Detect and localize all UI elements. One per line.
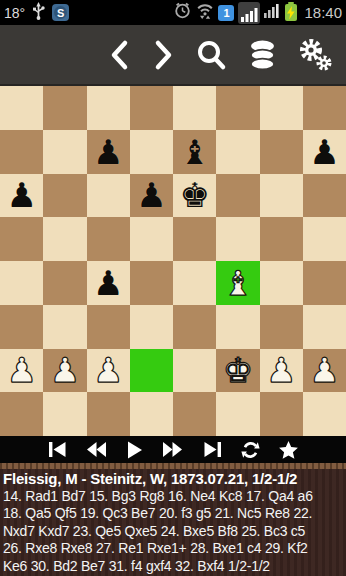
square-h2[interactable]: ♟ — [303, 349, 346, 393]
square-b6[interactable] — [43, 174, 86, 218]
square-b4[interactable] — [43, 261, 86, 305]
toolbar — [0, 25, 346, 86]
square-d8[interactable] — [130, 86, 173, 130]
play-button[interactable] — [126, 441, 143, 459]
square-b7[interactable] — [43, 130, 86, 174]
square-f6[interactable] — [216, 174, 259, 218]
square-h8[interactable] — [303, 86, 346, 130]
square-f8[interactable] — [216, 86, 259, 130]
black-pawn: ♟ — [136, 178, 166, 212]
square-a3[interactable] — [0, 305, 43, 349]
square-b5[interactable] — [43, 217, 86, 261]
square-f7[interactable] — [216, 130, 259, 174]
square-e8[interactable] — [173, 86, 216, 130]
skip-to-end-button[interactable] — [203, 441, 222, 458]
black-pawn: ♟ — [309, 135, 339, 169]
square-d7[interactable] — [130, 130, 173, 174]
square-f2[interactable]: ♚ — [216, 349, 259, 393]
square-d5[interactable] — [130, 217, 173, 261]
square-a4[interactable] — [0, 261, 43, 305]
white-pawn: ♟ — [266, 353, 296, 387]
square-h1[interactable] — [303, 392, 346, 436]
square-e4[interactable] — [173, 261, 216, 305]
notification-count-badge: 1 — [218, 5, 234, 21]
game-info-panel: Fleissig, M - Steinitz, W, 1873.07.21, 1… — [0, 469, 346, 576]
status-bar: 18° S — [0, 0, 346, 25]
black-king: ♚ — [179, 178, 209, 212]
skip-to-start-button[interactable] — [48, 441, 67, 458]
black-pawn: ♟ — [93, 266, 123, 300]
chess-app-screen: 18° S — [0, 0, 346, 576]
square-d1[interactable] — [130, 392, 173, 436]
square-d3[interactable] — [130, 305, 173, 349]
clock-text: 18:40 — [304, 4, 342, 21]
move-line-2: 18. Qa5 Qf5 19. Qc3 Be7 20. f3 g5 21. Nc… — [3, 505, 343, 522]
wifi-updown-icon — [196, 1, 214, 24]
square-a6[interactable]: ♟ — [0, 174, 43, 218]
square-g8[interactable] — [260, 86, 303, 130]
black-pawn: ♟ — [6, 178, 36, 212]
square-e2[interactable] — [173, 349, 216, 393]
move-line-3: Nxd7 Kxd7 23. Qe5 Qxe5 24. Bxe5 Bf8 25. … — [3, 523, 343, 540]
usb-icon — [32, 2, 45, 24]
square-e6[interactable]: ♚ — [173, 174, 216, 218]
move-list: 14. Rad1 Bd7 15. Bg3 Rg8 16. Ne4 Kc8 17.… — [3, 488, 343, 575]
settings-gears-icon[interactable] — [298, 38, 332, 72]
square-g6[interactable] — [260, 174, 303, 218]
battery-charging-icon — [285, 4, 297, 21]
square-f3[interactable] — [216, 305, 259, 349]
square-a8[interactable] — [0, 86, 43, 130]
square-b2[interactable]: ♟ — [43, 349, 86, 393]
temperature-text: 18° — [4, 5, 25, 21]
playback-controls — [0, 436, 346, 463]
square-b1[interactable] — [43, 392, 86, 436]
skype-icon: S — [52, 4, 69, 21]
square-h3[interactable] — [303, 305, 346, 349]
square-a7[interactable] — [0, 130, 43, 174]
square-c7[interactable]: ♟ — [87, 130, 130, 174]
move-line-4: 26. Rxe8 Rxe8 27. Re1 Rxe1+ 28. Bxe1 c4 … — [3, 540, 343, 557]
square-g2[interactable]: ♟ — [260, 349, 303, 393]
square-h5[interactable] — [303, 217, 346, 261]
square-g1[interactable] — [260, 392, 303, 436]
square-c4[interactable]: ♟ — [87, 261, 130, 305]
white-pawn: ♟ — [93, 353, 123, 387]
square-h6[interactable] — [303, 174, 346, 218]
square-d4[interactable] — [130, 261, 173, 305]
move-line-5: Ke6 30. Bd2 Be7 31. f4 gxf4 32. Bxf4 1/2… — [3, 558, 343, 575]
white-pawn: ♟ — [309, 353, 339, 387]
black-bishop: ♝ — [179, 135, 209, 169]
database-icon[interactable] — [248, 39, 277, 71]
square-h7[interactable]: ♟ — [303, 130, 346, 174]
square-g4[interactable] — [260, 261, 303, 305]
square-b8[interactable] — [43, 86, 86, 130]
favorite-star-icon[interactable] — [279, 441, 298, 459]
square-e5[interactable] — [173, 217, 216, 261]
black-pawn: ♟ — [93, 135, 123, 169]
fast-forward-button[interactable] — [162, 441, 183, 458]
square-a2[interactable]: ♟ — [0, 349, 43, 393]
rewind-button[interactable] — [86, 441, 107, 458]
white-king: ♚ — [223, 353, 253, 387]
alarm-clock-icon — [173, 1, 192, 24]
white-pawn: ♟ — [6, 353, 36, 387]
square-e7[interactable]: ♝ — [173, 130, 216, 174]
square-f4[interactable]: ♝ — [216, 261, 259, 305]
square-c6[interactable] — [87, 174, 130, 218]
square-c2[interactable]: ♟ — [87, 349, 130, 393]
white-pawn: ♟ — [50, 353, 80, 387]
square-f5[interactable] — [216, 217, 259, 261]
search-icon[interactable] — [195, 39, 227, 71]
square-c5[interactable] — [87, 217, 130, 261]
square-a1[interactable] — [0, 392, 43, 436]
square-g7[interactable] — [260, 130, 303, 174]
game-header: Fleissig, M - Steinitz, W, 1873.07.21, 1… — [3, 470, 343, 488]
square-e3[interactable] — [173, 305, 216, 349]
square-f1[interactable] — [216, 392, 259, 436]
square-g3[interactable] — [260, 305, 303, 349]
move-line-1: 14. Rad1 Bd7 15. Bg3 Rg8 16. Ne4 Kc8 17.… — [3, 488, 343, 505]
chess-board: ♟♝♟♟♟♚♟♝♟♟♟♚♟♟ — [0, 86, 346, 436]
square-b3[interactable] — [43, 305, 86, 349]
signal-bars-card-icon — [238, 2, 260, 24]
signal-bars-icon — [264, 3, 279, 22]
square-g5[interactable] — [260, 217, 303, 261]
square-c1[interactable] — [87, 392, 130, 436]
square-h4[interactable] — [303, 261, 346, 305]
next-game-chevron-icon[interactable] — [152, 39, 174, 71]
square-d6[interactable]: ♟ — [130, 174, 173, 218]
refresh-rotate-icon[interactable] — [241, 441, 260, 459]
square-d2[interactable] — [130, 349, 173, 393]
square-e1[interactable] — [173, 392, 216, 436]
square-c8[interactable] — [87, 86, 130, 130]
white-bishop: ♝ — [223, 266, 253, 300]
square-a5[interactable] — [0, 217, 43, 261]
square-c3[interactable] — [87, 305, 130, 349]
previous-game-chevron-icon[interactable] — [109, 39, 131, 71]
